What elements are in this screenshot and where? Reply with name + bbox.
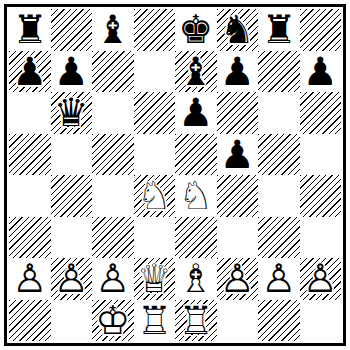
square-e3[interactable]: [175, 217, 217, 259]
black-knight: ♞: [217, 9, 259, 51]
square-e2[interactable]: ♝♗: [175, 258, 217, 300]
square-c4[interactable]: [92, 175, 134, 217]
square-h1[interactable]: [300, 300, 342, 342]
square-b2[interactable]: ♟♙: [51, 258, 93, 300]
square-d6[interactable]: [134, 92, 176, 134]
square-e8[interactable]: ♚: [175, 9, 217, 51]
square-b6[interactable]: ♛: [51, 92, 93, 134]
white-pawn: ♙: [258, 258, 300, 300]
square-g8[interactable]: ♜: [258, 9, 300, 51]
white-knight: ♘: [175, 175, 217, 217]
square-g5[interactable]: [258, 134, 300, 176]
square-c8[interactable]: ♝: [92, 9, 134, 51]
square-h7[interactable]: ♟: [300, 51, 342, 93]
white-rook-fill: ♜: [134, 300, 176, 342]
white-rook-fill: ♜: [175, 300, 217, 342]
white-queen: ♕: [134, 258, 176, 300]
black-pawn: ♟: [9, 51, 51, 93]
square-e7[interactable]: ♝: [175, 51, 217, 93]
black-bishop: ♝: [92, 9, 134, 51]
square-c2[interactable]: ♟♙: [92, 258, 134, 300]
white-pawn-fill: ♟: [300, 258, 342, 300]
white-pawn-fill: ♟: [9, 258, 51, 300]
square-c3[interactable]: [92, 217, 134, 259]
square-f2[interactable]: ♟♙: [217, 258, 259, 300]
square-b3[interactable]: [51, 217, 93, 259]
square-e4[interactable]: ♞♘: [175, 175, 217, 217]
black-king: ♚: [175, 9, 217, 51]
white-bishop-fill: ♝: [175, 258, 217, 300]
white-pawn: ♙: [300, 258, 342, 300]
white-knight: ♘: [134, 175, 176, 217]
square-f8[interactable]: ♞: [217, 9, 259, 51]
square-e6[interactable]: ♟: [175, 92, 217, 134]
square-c7[interactable]: [92, 51, 134, 93]
square-g4[interactable]: [258, 175, 300, 217]
square-e1[interactable]: ♜♖: [175, 300, 217, 342]
square-f1[interactable]: [217, 300, 259, 342]
square-f6[interactable]: [217, 92, 259, 134]
white-knight-fill: ♞: [134, 175, 176, 217]
square-h2[interactable]: ♟♙: [300, 258, 342, 300]
white-pawn: ♙: [217, 258, 259, 300]
square-h4[interactable]: [300, 175, 342, 217]
square-f3[interactable]: [217, 217, 259, 259]
square-g3[interactable]: [258, 217, 300, 259]
black-queen: ♛: [51, 92, 93, 134]
square-a7[interactable]: ♟: [9, 51, 51, 93]
square-g2[interactable]: ♟♙: [258, 258, 300, 300]
black-pawn: ♟: [217, 134, 259, 176]
white-bishop: ♗: [175, 258, 217, 300]
square-d5[interactable]: [134, 134, 176, 176]
white-pawn-fill: ♟: [92, 258, 134, 300]
square-b5[interactable]: [51, 134, 93, 176]
square-h8[interactable]: [300, 9, 342, 51]
black-rook: ♜: [9, 9, 51, 51]
square-d4[interactable]: ♞♘: [134, 175, 176, 217]
black-pawn: ♟: [175, 92, 217, 134]
black-pawn: ♟: [51, 51, 93, 93]
chess-board: ♜♝♚♞♜♟♟♝♟♟♛♟♟♞♘♞♘♟♙♟♙♟♙♛♕♝♗♟♙♟♙♟♙♚♔♜♖♜♖: [9, 9, 341, 341]
black-rook: ♜: [258, 9, 300, 51]
white-pawn-fill: ♟: [217, 258, 259, 300]
square-d3[interactable]: [134, 217, 176, 259]
square-d8[interactable]: [134, 9, 176, 51]
square-b1[interactable]: [51, 300, 93, 342]
board-frame: ♜♝♚♞♜♟♟♝♟♟♛♟♟♞♘♞♘♟♙♟♙♟♙♛♕♝♗♟♙♟♙♟♙♚♔♜♖♜♖: [4, 4, 346, 346]
white-pawn-fill: ♟: [258, 258, 300, 300]
square-f4[interactable]: [217, 175, 259, 217]
square-g6[interactable]: [258, 92, 300, 134]
square-a6[interactable]: [9, 92, 51, 134]
square-b7[interactable]: ♟: [51, 51, 93, 93]
square-h3[interactable]: [300, 217, 342, 259]
square-d1[interactable]: ♜♖: [134, 300, 176, 342]
square-a3[interactable]: [9, 217, 51, 259]
white-pawn: ♙: [9, 258, 51, 300]
white-rook: ♖: [134, 300, 176, 342]
square-g1[interactable]: [258, 300, 300, 342]
white-pawn-fill: ♟: [51, 258, 93, 300]
square-d7[interactable]: [134, 51, 176, 93]
white-pawn: ♙: [51, 258, 93, 300]
white-king-fill: ♚: [92, 300, 134, 342]
square-a5[interactable]: [9, 134, 51, 176]
square-f7[interactable]: ♟: [217, 51, 259, 93]
square-a1[interactable]: [9, 300, 51, 342]
square-a2[interactable]: ♟♙: [9, 258, 51, 300]
white-pawn: ♙: [92, 258, 134, 300]
square-h5[interactable]: [300, 134, 342, 176]
black-pawn: ♟: [217, 51, 259, 93]
black-pawn: ♟: [300, 51, 342, 93]
square-f5[interactable]: ♟: [217, 134, 259, 176]
square-c1[interactable]: ♚♔: [92, 300, 134, 342]
square-g7[interactable]: [258, 51, 300, 93]
square-b4[interactable]: [51, 175, 93, 217]
square-a4[interactable]: [9, 175, 51, 217]
square-d2[interactable]: ♛♕: [134, 258, 176, 300]
white-rook: ♖: [175, 300, 217, 342]
white-knight-fill: ♞: [175, 175, 217, 217]
square-e5[interactable]: [175, 134, 217, 176]
square-a8[interactable]: ♜: [9, 9, 51, 51]
black-bishop: ♝: [175, 51, 217, 93]
square-h6[interactable]: [300, 92, 342, 134]
square-b8[interactable]: [51, 9, 93, 51]
square-c6[interactable]: [92, 92, 134, 134]
white-king: ♔: [92, 300, 134, 342]
chess-diagram: ♜♝♚♞♜♟♟♝♟♟♛♟♟♞♘♞♘♟♙♟♙♟♙♛♕♝♗♟♙♟♙♟♙♚♔♜♖♜♖: [0, 0, 350, 350]
square-c5[interactable]: [92, 134, 134, 176]
white-queen-fill: ♛: [134, 258, 176, 300]
